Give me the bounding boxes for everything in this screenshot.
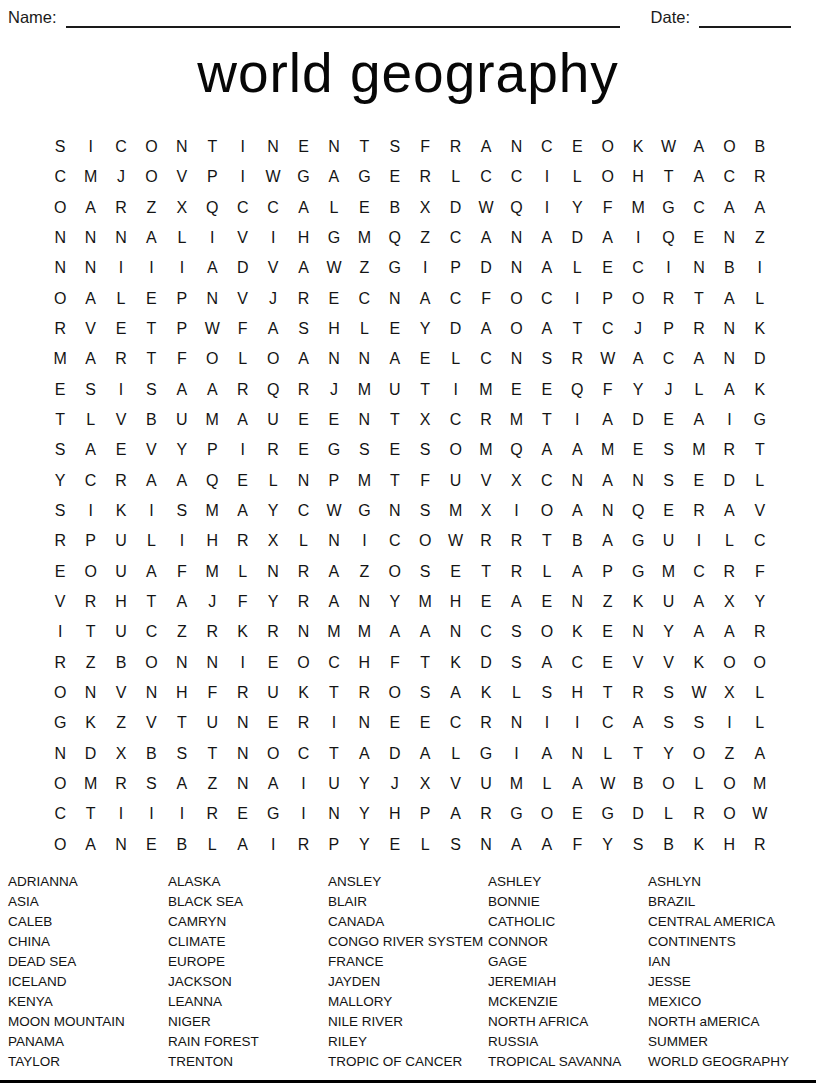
grid-cell-r13c4: I [136,496,166,526]
grid-cell-r4c16: N [501,223,531,253]
grid-cell-r14c9: L [288,526,318,556]
grid-cell-r22c20: B [623,769,653,799]
grid-cell-r7c15: A [471,314,501,344]
grid-cell-r4c9: H [288,223,318,253]
grid-cell-r22c3: R [106,769,136,799]
grid-cell-r2c17: I [532,162,562,192]
grid-cell-r10c3: V [106,405,136,435]
grid-cell-r17c23: A [714,617,744,647]
grid-cell-r16c4: T [136,587,166,617]
grid-cell-r15c18: A [562,557,592,587]
grid-cell-r9c12: U [380,375,410,405]
grid-cell-r10c12: T [380,405,410,435]
grid-cell-r7c12: E [380,314,410,344]
grid-cell-r21c12: D [380,739,410,769]
grid-cell-r6c21: R [653,284,683,314]
grid-cell-r14c2: P [75,526,105,556]
grid-cell-r24c4: E [136,830,166,860]
word-list-item: ADRIANNA [8,872,168,892]
grid-cell-r2c19: O [592,162,622,192]
word-list-item: NILE RIVER [328,1012,488,1032]
grid-cell-r19c21: S [653,678,683,708]
grid-cell-r16c20: K [623,587,653,617]
worksheet-page: Name: Date: world geography SICONTINENTS… [0,0,816,1083]
word-list-item: BLACK SEA [168,892,328,912]
grid-cell-r24c17: A [532,830,562,860]
grid-cell-r6c11: C [349,284,379,314]
grid-cell-r13c15: X [471,496,501,526]
grid-cell-r23c17: O [532,799,562,829]
grid-cell-r8c1: M [45,344,75,374]
grid-cell-r6c2: A [75,284,105,314]
grid-cell-r16c11: N [349,587,379,617]
grid-cell-r4c20: I [623,223,653,253]
grid-cell-r7c18: T [562,314,592,344]
word-list-item: BLAIR [328,892,488,912]
grid-cell-r10c7: A [227,405,257,435]
grid-cell-r21c3: X [106,739,136,769]
grid-cell-r18c19: E [592,648,622,678]
word-list-item: JEREMIAH [488,972,648,992]
grid-cell-r18c23: O [714,648,744,678]
grid-cell-r4c19: A [592,223,622,253]
grid-cell-r20c16: N [501,708,531,738]
grid-cell-r14c1: R [45,526,75,556]
grid-cell-r3c3: R [106,193,136,223]
grid-cell-r19c13: S [410,678,440,708]
grid-cell-r16c22: A [684,587,714,617]
word-list-item: CANADA [328,912,488,932]
grid-cell-r11c7: I [227,435,257,465]
date-label: Date: [651,6,690,28]
grid-cell-r3c21: G [653,193,683,223]
grid-cell-r3c16: Q [501,193,531,223]
grid-cell-r24c24: R [745,830,775,860]
grid-cell-r11c18: A [562,435,592,465]
grid-cell-r1c14: R [440,132,470,162]
grid-cell-r24c8: I [258,830,288,860]
grid-cell-r10c17: T [532,405,562,435]
grid-cell-r2c8: W [258,162,288,192]
grid-cell-r23c15: R [471,799,501,829]
word-list-item: CALEB [8,912,168,932]
grid-cell-r6c15: F [471,284,501,314]
word-list-item: WORLD GEOGRAPHY [648,1052,808,1072]
grid-cell-r9c24: K [745,375,775,405]
grid-cell-r19c4: N [136,678,166,708]
grid-cell-r20c10: I [319,708,349,738]
grid-cell-r17c2: T [75,617,105,647]
grid-cell-r17c21: Y [653,617,683,647]
grid-cell-r21c22: O [684,739,714,769]
grid-cell-r13c17: O [532,496,562,526]
grid-cell-r10c1: T [45,405,75,435]
grid-cell-r14c12: C [380,526,410,556]
grid-cell-r4c18: D [562,223,592,253]
grid-cell-r14c22: I [684,526,714,556]
grid-cell-r16c13: M [410,587,440,617]
grid-cell-r17c7: K [227,617,257,647]
grid-cell-r23c18: E [562,799,592,829]
grid-cell-r14c11: I [349,526,379,556]
grid-cell-r24c14: S [440,830,470,860]
grid-cell-r5c20: C [623,253,653,283]
grid-cell-r4c4: A [136,223,166,253]
grid-cell-r12c21: S [653,466,683,496]
grid-cell-r1c20: K [623,132,653,162]
word-list-item: JESSE [648,972,808,992]
grid-cell-r13c5: S [167,496,197,526]
grid-cell-r13c8: Y [258,496,288,526]
grid-cell-r21c9: C [288,739,318,769]
grid-cell-r8c12: A [380,344,410,374]
grid-cell-r5c15: D [471,253,501,283]
grid-cell-r15c9: R [288,557,318,587]
grid-cell-r9c1: E [45,375,75,405]
grid-cell-r17c20: N [623,617,653,647]
grid-cell-r20c5: T [167,708,197,738]
grid-cell-r9c18: Q [562,375,592,405]
grid-cell-r16c19: Z [592,587,622,617]
grid-cell-r9c9: R [288,375,318,405]
grid-cell-r17c14: N [440,617,470,647]
grid-cell-r4c6: I [197,223,227,253]
grid-cell-r10c14: C [440,405,470,435]
word-list-item: ANSLEY [328,872,488,892]
word-list-column: ANSLEYBLAIRCANADACONGO RIVER SYSTEMFRANC… [328,872,488,1072]
grid-cell-r17c10: M [319,617,349,647]
grid-cell-r9c11: M [349,375,379,405]
grid-cell-r3c4: Z [136,193,166,223]
grid-cell-r15c4: A [136,557,166,587]
word-list-column: ADRIANNAASIACALEBCHINADEAD SEAICELANDKEN… [8,872,168,1072]
grid-cell-r8c8: O [258,344,288,374]
grid-cell-r17c16: S [501,617,531,647]
grid-cell-r18c9: O [288,648,318,678]
grid-cell-r5c8: V [258,253,288,283]
grid-cell-r10c11: N [349,405,379,435]
word-list-item: SUMMER [648,1032,808,1052]
grid-cell-r21c16: I [501,739,531,769]
grid-cell-r13c10: W [319,496,349,526]
grid-cell-r11c22: M [684,435,714,465]
grid-cell-r15c17: L [532,557,562,587]
word-list-item: LEANNA [168,992,328,1012]
grid-cell-r20c13: E [410,708,440,738]
grid-cell-r6c22: T [684,284,714,314]
grid-cell-r9c6: A [197,375,227,405]
grid-cell-r9c13: T [410,375,440,405]
word-list-item: MEXICO [648,992,808,1012]
word-list-item: CONNOR [488,932,648,952]
grid-cell-r5c23: B [714,253,744,283]
grid-cell-r10c5: U [167,405,197,435]
word-list-item: JAYDEN [328,972,488,992]
grid-cell-r9c7: R [227,375,257,405]
grid-cell-r23c24: W [745,799,775,829]
grid-cell-r5c5: I [167,253,197,283]
grid-cell-r10c16: M [501,405,531,435]
grid-cell-r3c22: C [684,193,714,223]
word-list-item: TROPIC OF CANCER [328,1052,488,1072]
grid-cell-r13c21: E [653,496,683,526]
grid-cell-r15c20: G [623,557,653,587]
grid-cell-r18c11: H [349,648,379,678]
grid-cell-r13c12: N [380,496,410,526]
grid-cell-r6c7: V [227,284,257,314]
grid-cell-r5c4: I [136,253,166,283]
grid-cell-r5c21: I [653,253,683,283]
word-list-item: FRANCE [328,952,488,972]
grid-cell-r7c16: O [501,314,531,344]
grid-cell-r4c7: V [227,223,257,253]
grid-cell-r8c11: N [349,344,379,374]
grid-cell-r2c2: M [75,162,105,192]
grid-cell-r13c16: I [501,496,531,526]
grid-cell-r1c13: F [410,132,440,162]
grid-cell-r3c1: O [45,193,75,223]
grid-cell-r5c14: P [440,253,470,283]
grid-cell-r1c11: T [349,132,379,162]
grid-cell-r22c13: X [410,769,440,799]
grid-cell-r23c3: I [106,799,136,829]
word-list-item: GAGE [488,952,648,972]
grid-cell-r22c16: M [501,769,531,799]
grid-cell-r6c19: P [592,284,622,314]
grid-cell-r13c14: M [440,496,470,526]
grid-cell-r19c7: R [227,678,257,708]
grid-cell-r20c1: G [45,708,75,738]
grid-cell-r3c17: I [532,193,562,223]
grid-cell-r19c11: R [349,678,379,708]
grid-cell-r9c17: E [532,375,562,405]
grid-cell-r7c5: P [167,314,197,344]
grid-cell-r14c16: R [501,526,531,556]
grid-cell-r13c7: A [227,496,257,526]
grid-cell-r2c7: I [227,162,257,192]
grid-cell-r1c10: N [319,132,349,162]
grid-cell-r19c19: T [592,678,622,708]
grid-cell-r8c14: L [440,344,470,374]
grid-cell-r2c14: L [440,162,470,192]
word-list-item: JACKSON [168,972,328,992]
grid-cell-r16c21: U [653,587,683,617]
grid-cell-r3c20: M [623,193,653,223]
grid-cell-r22c11: Y [349,769,379,799]
grid-cell-r15c11: Z [349,557,379,587]
grid-cell-r1c8: N [258,132,288,162]
grid-cell-r14c14: W [440,526,470,556]
grid-cell-r15c22: C [684,557,714,587]
grid-cell-r19c24: L [745,678,775,708]
grid-cell-r8c10: N [319,344,349,374]
grid-cell-r2c10: A [319,162,349,192]
grid-cell-r23c19: G [592,799,622,829]
grid-cell-r22c12: J [380,769,410,799]
grid-cell-r11c5: Y [167,435,197,465]
grid-cell-r5c17: A [532,253,562,283]
grid-cell-r4c1: N [45,223,75,253]
grid-cell-r8c19: W [592,344,622,374]
grid-cell-r5c6: A [197,253,227,283]
grid-cell-r8c5: F [167,344,197,374]
word-list-item: CENTRAL AMERICA [648,912,808,932]
grid-cell-r1c21: W [653,132,683,162]
grid-cell-r5c7: D [227,253,257,283]
grid-cell-r3c10: L [319,193,349,223]
grid-cell-r24c21: B [653,830,683,860]
grid-cell-r21c19: L [592,739,622,769]
grid-cell-r11c12: E [380,435,410,465]
grid-cell-r11c17: A [532,435,562,465]
grid-cell-r12c9: N [288,466,318,496]
grid-cell-r4c13: Z [410,223,440,253]
grid-cell-r2c1: C [45,162,75,192]
grid-cell-r9c14: I [440,375,470,405]
grid-cell-r1c9: E [288,132,318,162]
grid-cell-r21c13: A [410,739,440,769]
grid-cell-r6c17: C [532,284,562,314]
grid-cell-r24c15: N [471,830,501,860]
grid-cell-r14c19: A [592,526,622,556]
grid-cell-r1c15: A [471,132,501,162]
grid-cell-r3c13: X [410,193,440,223]
grid-cell-r23c8: G [258,799,288,829]
word-list-item: NIGER [168,1012,328,1032]
grid-cell-r13c6: M [197,496,227,526]
grid-cell-r15c24: F [745,557,775,587]
grid-cell-r8c21: C [653,344,683,374]
word-list-item: TRENTON [168,1052,328,1072]
grid-cell-r7c22: R [684,314,714,344]
grid-cell-r10c15: R [471,405,501,435]
grid-cell-r15c2: O [75,557,105,587]
word-list-item: RUSSIA [488,1032,648,1052]
grid-cell-r18c1: R [45,648,75,678]
word-list-item: MCKENZIE [488,992,648,1012]
grid-cell-r16c23: X [714,587,744,617]
word-list-item: TROPICAL SAVANNA [488,1052,648,1072]
grid-cell-r16c8: Y [258,587,288,617]
grid-cell-r21c2: D [75,739,105,769]
word-list-item: NORTH aMERICA [648,1012,808,1032]
grid-cell-r10c10: E [319,405,349,435]
grid-cell-r3c24: A [745,193,775,223]
grid-cell-r18c6: N [197,648,227,678]
grid-cell-r14c3: U [106,526,136,556]
grid-cell-r15c13: S [410,557,440,587]
grid-cell-r1c16: N [501,132,531,162]
grid-cell-r8c4: T [136,344,166,374]
grid-cell-r15c19: P [592,557,622,587]
grid-cell-r23c20: D [623,799,653,829]
grid-cell-r5c16: N [501,253,531,283]
grid-cell-r14c8: X [258,526,288,556]
grid-cell-r19c22: W [684,678,714,708]
grid-cell-r11c8: R [258,435,288,465]
grid-cell-r6c24: L [745,284,775,314]
grid-cell-r2c3: J [106,162,136,192]
grid-cell-r5c22: N [684,253,714,283]
grid-cell-r4c3: N [106,223,136,253]
grid-cell-r13c13: S [410,496,440,526]
grid-cell-r5c1: N [45,253,75,283]
header: Name: Date: [8,4,791,28]
grid-cell-r4c12: Q [380,223,410,253]
grid-cell-r8c15: C [471,344,501,374]
grid-cell-r3c14: D [440,193,470,223]
grid-cell-r10c13: X [410,405,440,435]
grid-cell-r22c7: N [227,769,257,799]
grid-cell-r20c6: U [197,708,227,738]
grid-cell-r5c13: I [410,253,440,283]
grid-cell-r12c7: E [227,466,257,496]
grid-cell-r3c8: C [258,193,288,223]
grid-cell-r11c16: Q [501,435,531,465]
grid-cell-r3c2: A [75,193,105,223]
grid-cell-r19c6: F [197,678,227,708]
grid-cell-r12c8: L [258,466,288,496]
grid-cell-r23c1: C [45,799,75,829]
grid-cell-r7c24: K [745,314,775,344]
grid-cell-r6c8: J [258,284,288,314]
grid-cell-r1c24: B [745,132,775,162]
grid-cell-r8c22: A [684,344,714,374]
word-list-item: CONTINENTS [648,932,808,952]
grid-cell-r19c12: O [380,678,410,708]
grid-cell-r4c15: A [471,223,501,253]
grid-cell-r9c8: Q [258,375,288,405]
grid-cell-r1c4: O [136,132,166,162]
grid-cell-r18c12: F [380,648,410,678]
grid-cell-r9c23: A [714,375,744,405]
grid-cell-r11c13: S [410,435,440,465]
grid-cell-r20c9: R [288,708,318,738]
grid-cell-r3c23: A [714,193,744,223]
grid-cell-r19c8: U [258,678,288,708]
grid-cell-r22c5: A [167,769,197,799]
grid-cell-r4c21: Q [653,223,683,253]
grid-cell-r22c10: U [319,769,349,799]
grid-cell-r6c14: C [440,284,470,314]
grid-cell-r11c1: S [45,435,75,465]
grid-cell-r18c4: O [136,648,166,678]
word-list-item: ASHLYN [648,872,808,892]
grid-cell-r14c6: H [197,526,227,556]
grid-cell-r15c7: L [227,557,257,587]
grid-cell-r11c23: R [714,435,744,465]
grid-cell-r23c12: H [380,799,410,829]
grid-cell-r22c2: M [75,769,105,799]
grid-cell-r4c17: A [532,223,562,253]
grid-cell-r13c11: G [349,496,379,526]
grid-cell-r23c16: G [501,799,531,829]
grid-cell-r22c24: M [745,769,775,799]
word-list-item: PANAMA [8,1032,168,1052]
grid-cell-r5c10: W [319,253,349,283]
word-list-item: CHINA [8,932,168,952]
grid-cell-r20c22: S [684,708,714,738]
grid-cell-r17c11: M [349,617,379,647]
grid-cell-r24c22: K [684,830,714,860]
grid-cell-r9c5: A [167,375,197,405]
grid-cell-r23c21: L [653,799,683,829]
grid-cell-r5c18: L [562,253,592,283]
grid-cell-r15c6: M [197,557,227,587]
grid-cell-r12c24: L [745,466,775,496]
grid-cell-r8c9: A [288,344,318,374]
grid-cell-r7c17: A [532,314,562,344]
